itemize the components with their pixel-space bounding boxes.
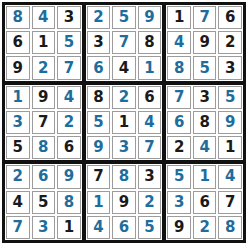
cell-r4c6[interactable]: 6: [138, 86, 162, 109]
cell-r9c7[interactable]: 9: [167, 216, 191, 239]
cell-r5c8[interactable]: 8: [193, 111, 217, 134]
cell-r4c3[interactable]: 4: [57, 86, 81, 109]
cell-r7c8[interactable]: 1: [193, 165, 217, 188]
cell-r9c5[interactable]: 6: [112, 216, 136, 239]
cell-r7c1[interactable]: 2: [6, 165, 30, 188]
cell-r1c5[interactable]: 5: [112, 6, 136, 29]
cell-r5c2[interactable]: 7: [32, 111, 56, 134]
cell-r7c6[interactable]: 3: [138, 165, 162, 188]
cell-r1c1[interactable]: 8: [6, 6, 30, 29]
cell-r9c1[interactable]: 7: [6, 216, 30, 239]
box-r3c1: 269458731: [3, 162, 84, 242]
cell-r7c5[interactable]: 8: [112, 165, 136, 188]
cell-r4c2[interactable]: 9: [32, 86, 56, 109]
cell-r8c5[interactable]: 9: [112, 191, 136, 214]
cell-r3c3[interactable]: 7: [57, 56, 81, 79]
cell-r5c4[interactable]: 5: [87, 111, 111, 134]
cell-r4c1[interactable]: 1: [6, 86, 30, 109]
cell-r1c3[interactable]: 3: [57, 6, 81, 29]
cell-r2c8[interactable]: 9: [193, 31, 217, 54]
cell-r8c1[interactable]: 4: [6, 191, 30, 214]
cell-r8c6[interactable]: 2: [138, 191, 162, 214]
cell-r6c8[interactable]: 4: [193, 136, 217, 159]
cell-r7c7[interactable]: 5: [167, 165, 191, 188]
cell-r4c9[interactable]: 5: [218, 86, 242, 109]
box-r2c3: 735689241: [164, 83, 245, 163]
cell-r8c9[interactable]: 7: [218, 191, 242, 214]
cell-r1c9[interactable]: 6: [218, 6, 242, 29]
cell-r2c1[interactable]: 6: [6, 31, 30, 54]
cell-r6c5[interactable]: 3: [112, 136, 136, 159]
cell-r8c3[interactable]: 8: [57, 191, 81, 214]
sudoku-board: 8436159272593786411764928531943725868265…: [2, 2, 246, 243]
cell-r3c6[interactable]: 1: [138, 56, 162, 79]
cell-r5c5[interactable]: 1: [112, 111, 136, 134]
cell-r3c4[interactable]: 6: [87, 56, 111, 79]
box-r1c2: 259378641: [84, 3, 165, 83]
cell-r6c9[interactable]: 1: [218, 136, 242, 159]
cell-r4c4[interactable]: 8: [87, 86, 111, 109]
cell-r3c7[interactable]: 8: [167, 56, 191, 79]
cell-r3c1[interactable]: 9: [6, 56, 30, 79]
cell-r9c9[interactable]: 8: [218, 216, 242, 239]
cell-r2c6[interactable]: 8: [138, 31, 162, 54]
cell-r2c2[interactable]: 1: [32, 31, 56, 54]
box-r2c2: 826514937: [84, 83, 165, 163]
cell-r8c7[interactable]: 3: [167, 191, 191, 214]
cell-r4c8[interactable]: 3: [193, 86, 217, 109]
cell-r2c9[interactable]: 2: [218, 31, 242, 54]
cell-r6c2[interactable]: 8: [32, 136, 56, 159]
cell-r1c6[interactable]: 9: [138, 6, 162, 29]
cell-r7c2[interactable]: 6: [32, 165, 56, 188]
cell-r8c4[interactable]: 1: [87, 191, 111, 214]
cell-r3c8[interactable]: 5: [193, 56, 217, 79]
cell-r1c4[interactable]: 2: [87, 6, 111, 29]
cell-r8c8[interactable]: 6: [193, 191, 217, 214]
cell-r7c3[interactable]: 9: [57, 165, 81, 188]
cell-r2c7[interactable]: 4: [167, 31, 191, 54]
cell-r2c3[interactable]: 5: [57, 31, 81, 54]
cell-r5c3[interactable]: 2: [57, 111, 81, 134]
cell-r2c5[interactable]: 7: [112, 31, 136, 54]
cell-r9c2[interactable]: 3: [32, 216, 56, 239]
box-r2c1: 194372586: [3, 83, 84, 163]
cell-r6c3[interactable]: 6: [57, 136, 81, 159]
cell-r5c6[interactable]: 4: [138, 111, 162, 134]
cell-r8c2[interactable]: 5: [32, 191, 56, 214]
cell-r7c9[interactable]: 4: [218, 165, 242, 188]
cell-r9c8[interactable]: 2: [193, 216, 217, 239]
cell-r9c4[interactable]: 4: [87, 216, 111, 239]
cell-r6c6[interactable]: 7: [138, 136, 162, 159]
cell-r6c1[interactable]: 5: [6, 136, 30, 159]
cell-r9c3[interactable]: 1: [57, 216, 81, 239]
cell-r3c5[interactable]: 4: [112, 56, 136, 79]
cell-r2c4[interactable]: 3: [87, 31, 111, 54]
box-r3c2: 783192465: [84, 162, 165, 242]
cell-r4c5[interactable]: 2: [112, 86, 136, 109]
cell-r1c7[interactable]: 1: [167, 6, 191, 29]
cell-r1c2[interactable]: 4: [32, 6, 56, 29]
cell-r5c7[interactable]: 6: [167, 111, 191, 134]
cell-r5c9[interactable]: 9: [218, 111, 242, 134]
cell-r4c7[interactable]: 7: [167, 86, 191, 109]
cell-r6c7[interactable]: 2: [167, 136, 191, 159]
cell-r1c8[interactable]: 7: [193, 6, 217, 29]
cell-r3c2[interactable]: 2: [32, 56, 56, 79]
cell-r6c4[interactable]: 9: [87, 136, 111, 159]
box-r3c3: 514367928: [164, 162, 245, 242]
cell-r5c1[interactable]: 3: [6, 111, 30, 134]
cell-r9c6[interactable]: 5: [138, 216, 162, 239]
cell-r7c4[interactable]: 7: [87, 165, 111, 188]
box-r1c3: 176492853: [164, 3, 245, 83]
box-r1c1: 843615927: [3, 3, 84, 83]
cell-r3c9[interactable]: 3: [218, 56, 242, 79]
